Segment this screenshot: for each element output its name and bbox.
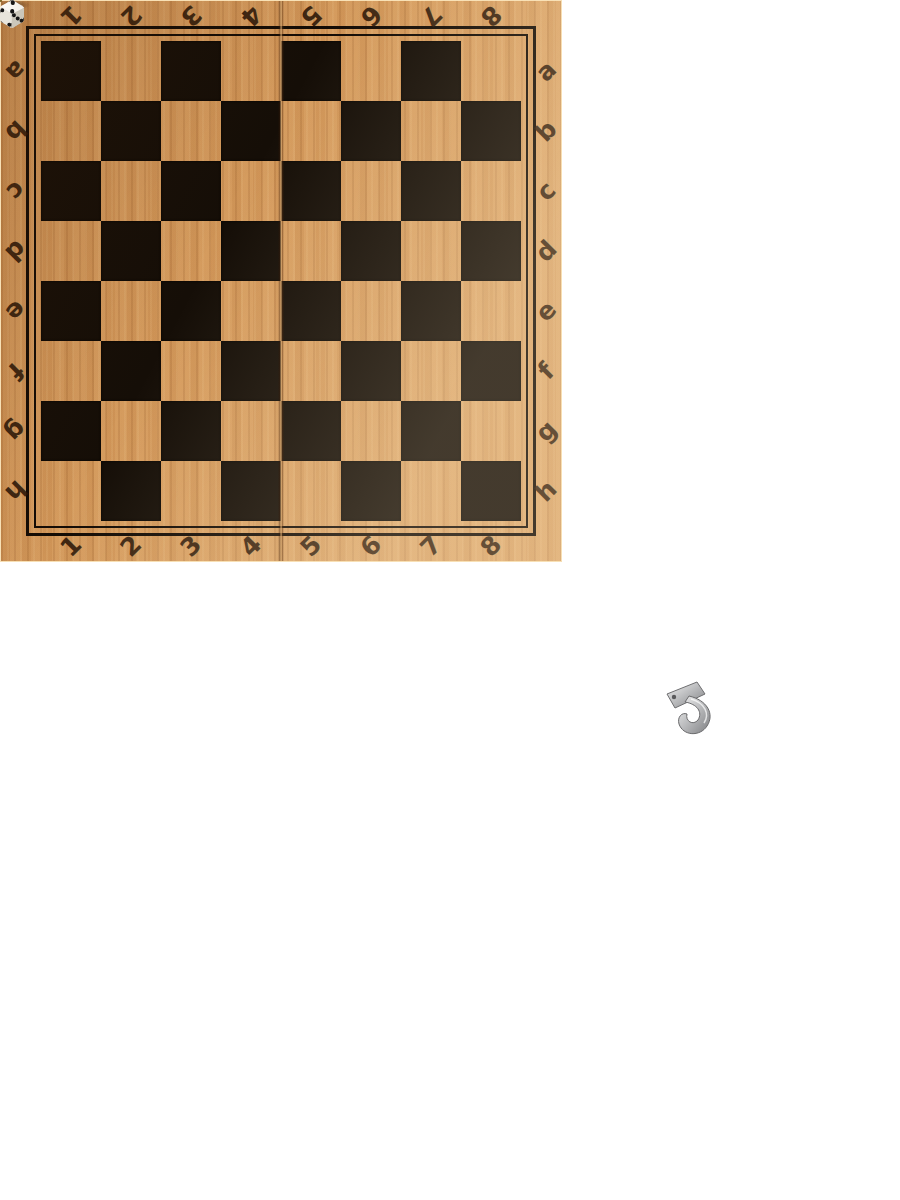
die-2-icon	[0, 0, 25, 29]
die-pip	[7, 22, 11, 26]
clasp-screw	[672, 695, 676, 699]
die-pip	[19, 18, 23, 22]
pieces-layer	[0, 0, 900, 1200]
die-pip	[10, 0, 15, 5]
metal-clasp-icon	[645, 672, 745, 757]
product-photo-scene: a11ab22bc33cd44de55ef66fg77gh88h	[0, 0, 900, 1200]
